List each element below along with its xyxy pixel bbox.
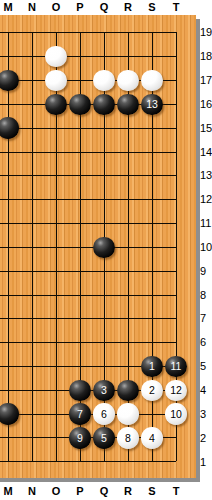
coord-label-top-R: R [116, 1, 140, 13]
intersection-T16[interactable] [164, 92, 188, 116]
intersection-T5[interactable]: 11 [164, 355, 188, 379]
intersection-Q10[interactable] [92, 235, 116, 259]
intersection-P6[interactable] [68, 331, 92, 355]
intersection-R8[interactable] [116, 283, 140, 307]
intersection-Q3[interactable]: 6 [92, 402, 116, 426]
coord-label-right-16: 16 [200, 98, 212, 111]
coord-label-right-7: 7 [200, 312, 212, 325]
coord-label-right-6: 6 [200, 336, 212, 349]
coord-label-right-8: 8 [200, 289, 212, 302]
intersection-Q14[interactable] [92, 140, 116, 164]
intersection-R1[interactable] [116, 450, 140, 474]
intersection-N4[interactable] [20, 378, 44, 402]
intersection-O5[interactable] [44, 355, 68, 379]
stone-black-M3[interactable] [0, 403, 19, 425]
intersection-M12[interactable] [0, 188, 20, 212]
coord-label-right-14: 14 [200, 146, 212, 159]
intersection-R11[interactable] [116, 212, 140, 236]
stone-black-P3[interactable]: 7 [69, 403, 91, 425]
coord-label-top-S: S [140, 1, 164, 13]
intersection-S1[interactable] [140, 450, 164, 474]
move-number: 9 [77, 433, 83, 444]
intersection-O13[interactable] [44, 164, 68, 188]
move-number: 1 [149, 361, 155, 372]
intersection-O6[interactable] [44, 331, 68, 355]
intersection-O18[interactable] [44, 45, 68, 69]
intersection-P2[interactable]: 9 [68, 426, 92, 450]
intersection-O14[interactable] [44, 140, 68, 164]
intersection-O8[interactable] [44, 283, 68, 307]
stone-white-R17[interactable] [117, 70, 139, 92]
board-shadow-bottom [0, 478, 200, 482]
coord-label-top-O: O [44, 1, 68, 13]
coord-label-right-19: 19 [200, 26, 212, 39]
intersection-O16[interactable] [44, 92, 68, 116]
intersection-M19[interactable] [0, 21, 20, 45]
intersection-Q5[interactable] [92, 355, 116, 379]
intersection-T2[interactable] [164, 426, 188, 450]
intersection-P10[interactable] [68, 235, 92, 259]
intersection-N5[interactable] [20, 355, 44, 379]
intersection-M11[interactable] [0, 212, 20, 236]
intersection-P16[interactable] [68, 92, 92, 116]
intersection-T7[interactable] [164, 307, 188, 331]
intersection-T12[interactable] [164, 188, 188, 212]
intersection-M18[interactable] [0, 45, 20, 69]
stone-black-R16[interactable] [117, 94, 139, 116]
stone-white-T3[interactable]: 10 [165, 403, 187, 425]
intersection-Q1[interactable] [92, 450, 116, 474]
intersection-M13[interactable] [0, 164, 20, 188]
board-grid: 13111321276109584 [0, 21, 188, 474]
coord-label-right-5: 5 [200, 360, 212, 373]
coord-label-bottom-N: N [20, 485, 44, 497]
intersection-P17[interactable] [68, 69, 92, 93]
move-number: 10 [170, 409, 182, 420]
stone-black-P2[interactable]: 9 [69, 427, 91, 449]
coord-label-top-N: N [20, 1, 44, 13]
intersection-O1[interactable] [44, 450, 68, 474]
coord-label-right-17: 17 [200, 74, 212, 87]
intersection-S14[interactable] [140, 140, 164, 164]
intersection-R4[interactable] [116, 378, 140, 402]
intersection-R12[interactable] [116, 188, 140, 212]
coord-label-right-4: 4 [200, 384, 212, 397]
intersection-M15[interactable] [0, 116, 20, 140]
move-number: 2 [149, 385, 155, 396]
coord-label-right-3: 3 [200, 408, 212, 421]
intersection-S8[interactable] [140, 283, 164, 307]
intersection-P13[interactable] [68, 164, 92, 188]
intersection-N16[interactable] [20, 92, 44, 116]
intersection-R14[interactable] [116, 140, 140, 164]
intersection-R10[interactable] [116, 235, 140, 259]
intersection-S18[interactable] [140, 45, 164, 69]
stone-black-Q16[interactable] [93, 94, 115, 116]
coord-label-bottom-M: M [0, 485, 20, 497]
intersection-O15[interactable] [44, 116, 68, 140]
intersection-M3[interactable] [0, 402, 20, 426]
intersection-Q2[interactable]: 5 [92, 426, 116, 450]
coord-label-right-13: 13 [200, 169, 212, 182]
intersection-Q9[interactable] [92, 259, 116, 283]
intersection-T3[interactable]: 10 [164, 402, 188, 426]
stone-white-Q17[interactable] [93, 70, 115, 92]
move-number: 12 [170, 385, 182, 396]
stone-black-P4[interactable] [69, 380, 91, 402]
intersection-O9[interactable] [44, 259, 68, 283]
intersection-T14[interactable] [164, 140, 188, 164]
intersection-R19[interactable] [116, 21, 140, 45]
intersection-P11[interactable] [68, 212, 92, 236]
intersection-Q18[interactable] [92, 45, 116, 69]
intersection-N6[interactable] [20, 331, 44, 355]
coord-label-top-T: T [164, 1, 188, 13]
intersection-R15[interactable] [116, 116, 140, 140]
intersection-S4[interactable]: 2 [140, 378, 164, 402]
coord-label-bottom-O: O [44, 485, 68, 497]
intersection-N13[interactable] [20, 164, 44, 188]
intersection-N15[interactable] [20, 116, 44, 140]
move-number: 13 [146, 99, 158, 110]
intersection-P9[interactable] [68, 259, 92, 283]
intersection-M4[interactable] [0, 378, 20, 402]
intersection-P7[interactable] [68, 307, 92, 331]
intersection-R3[interactable] [116, 402, 140, 426]
intersection-N8[interactable] [20, 283, 44, 307]
intersection-S9[interactable] [140, 259, 164, 283]
stone-black-R4[interactable] [117, 380, 139, 402]
move-number: 11 [171, 361, 182, 372]
intersection-Q7[interactable] [92, 307, 116, 331]
move-number: 7 [77, 409, 83, 420]
intersection-O3[interactable] [44, 402, 68, 426]
intersection-S17[interactable] [140, 69, 164, 93]
coord-label-right-1: 1 [200, 456, 212, 469]
intersection-P14[interactable] [68, 140, 92, 164]
intersection-S7[interactable] [140, 307, 164, 331]
intersection-Q16[interactable] [92, 92, 116, 116]
intersection-N1[interactable] [20, 450, 44, 474]
intersection-P4[interactable] [68, 378, 92, 402]
intersection-S12[interactable] [140, 188, 164, 212]
intersection-S16[interactable]: 13 [140, 92, 164, 116]
intersection-Q17[interactable] [92, 69, 116, 93]
intersection-M7[interactable] [0, 307, 20, 331]
intersection-T4[interactable]: 12 [164, 378, 188, 402]
intersection-S11[interactable] [140, 212, 164, 236]
intersection-O2[interactable] [44, 426, 68, 450]
move-number: 8 [125, 433, 131, 444]
intersection-S10[interactable] [140, 235, 164, 259]
intersection-N18[interactable] [20, 45, 44, 69]
intersection-R17[interactable] [116, 69, 140, 93]
intersection-R7[interactable] [116, 307, 140, 331]
intersection-N11[interactable] [20, 212, 44, 236]
intersection-R18[interactable] [116, 45, 140, 69]
stone-black-Q10[interactable] [93, 237, 115, 259]
intersection-R5[interactable] [116, 355, 140, 379]
intersection-O19[interactable] [44, 21, 68, 45]
intersection-T10[interactable] [164, 235, 188, 259]
intersection-N12[interactable] [20, 188, 44, 212]
intersection-M5[interactable] [0, 355, 20, 379]
stone-white-S17[interactable] [141, 70, 163, 92]
intersection-P19[interactable] [68, 21, 92, 45]
stone-black-O16[interactable] [45, 94, 67, 116]
intersection-N2[interactable] [20, 426, 44, 450]
coord-label-bottom-S: S [140, 485, 164, 497]
intersection-S6[interactable] [140, 331, 164, 355]
stone-white-R2[interactable]: 8 [117, 427, 139, 449]
move-number: 4 [149, 433, 155, 444]
go-diagram-screen: 13111321276109584 MNOPQRST MNOPQRST 1918… [0, 0, 212, 500]
intersection-M9[interactable] [0, 259, 20, 283]
stone-black-M17[interactable] [0, 70, 19, 92]
stone-black-S16[interactable]: 13 [141, 94, 163, 116]
intersection-N17[interactable] [20, 69, 44, 93]
intersection-S13[interactable] [140, 164, 164, 188]
coord-label-right-11: 11 [200, 217, 212, 230]
coord-label-right-9: 9 [200, 265, 212, 278]
intersection-O17[interactable] [44, 69, 68, 93]
intersection-T13[interactable] [164, 164, 188, 188]
intersection-N10[interactable] [20, 235, 44, 259]
intersection-P8[interactable] [68, 283, 92, 307]
stone-white-Q3[interactable]: 6 [93, 403, 115, 425]
intersection-R13[interactable] [116, 164, 140, 188]
coord-label-right-10: 10 [200, 241, 212, 254]
intersection-P15[interactable] [68, 116, 92, 140]
go-board: 13111321276109584 [0, 15, 196, 478]
intersection-Q6[interactable] [92, 331, 116, 355]
intersection-Q4[interactable]: 3 [92, 378, 116, 402]
intersection-N14[interactable] [20, 140, 44, 164]
intersection-Q13[interactable] [92, 164, 116, 188]
intersection-O4[interactable] [44, 378, 68, 402]
stone-black-P16[interactable] [69, 94, 91, 116]
intersection-M8[interactable] [0, 283, 20, 307]
intersection-R2[interactable]: 8 [116, 426, 140, 450]
intersection-R16[interactable] [116, 92, 140, 116]
intersection-O7[interactable] [44, 307, 68, 331]
intersection-P18[interactable] [68, 45, 92, 69]
move-number: 5 [101, 433, 107, 444]
coord-label-bottom-R: R [116, 485, 140, 497]
intersection-O10[interactable] [44, 235, 68, 259]
coord-label-bottom-T: T [164, 485, 188, 497]
stone-white-S2[interactable]: 4 [141, 427, 163, 449]
intersection-T17[interactable] [164, 69, 188, 93]
stone-black-M15[interactable] [0, 117, 19, 139]
move-number: 3 [101, 385, 107, 396]
intersection-T6[interactable] [164, 331, 188, 355]
intersection-T9[interactable] [164, 259, 188, 283]
intersection-Q12[interactable] [92, 188, 116, 212]
stone-white-O17[interactable] [45, 70, 67, 92]
coord-label-top-P: P [68, 1, 92, 13]
coord-label-right-18: 18 [200, 50, 212, 63]
stone-black-Q4[interactable]: 3 [93, 380, 115, 402]
intersection-P5[interactable] [68, 355, 92, 379]
stone-white-S4[interactable]: 2 [141, 380, 163, 402]
intersection-P1[interactable] [68, 450, 92, 474]
coord-label-right-15: 15 [200, 122, 212, 135]
intersection-N3[interactable] [20, 402, 44, 426]
coord-label-right-2: 2 [200, 432, 212, 445]
intersection-T15[interactable] [164, 116, 188, 140]
coord-label-bottom-P: P [68, 485, 92, 497]
coord-label-bottom-Q: Q [92, 485, 116, 497]
intersection-O12[interactable] [44, 188, 68, 212]
intersection-T1[interactable] [164, 450, 188, 474]
intersection-R6[interactable] [116, 331, 140, 355]
intersection-M17[interactable] [0, 69, 20, 93]
intersection-S2[interactable]: 4 [140, 426, 164, 450]
stone-white-T4[interactable]: 12 [165, 380, 187, 402]
intersection-M6[interactable] [0, 331, 20, 355]
intersection-M1[interactable] [0, 450, 20, 474]
intersection-P3[interactable]: 7 [68, 402, 92, 426]
intersection-S5[interactable]: 1 [140, 355, 164, 379]
intersection-Q11[interactable] [92, 212, 116, 236]
coord-label-right-12: 12 [200, 193, 212, 206]
move-number: 6 [101, 409, 107, 420]
intersection-O11[interactable] [44, 212, 68, 236]
intersection-S19[interactable] [140, 21, 164, 45]
intersection-T19[interactable] [164, 21, 188, 45]
intersection-N7[interactable] [20, 307, 44, 331]
stone-black-S5[interactable]: 1 [141, 356, 163, 378]
intersection-T8[interactable] [164, 283, 188, 307]
coord-label-top-M: M [0, 1, 20, 13]
intersection-Q15[interactable] [92, 116, 116, 140]
intersection-T11[interactable] [164, 212, 188, 236]
intersection-M2[interactable] [0, 426, 20, 450]
intersection-M16[interactable] [0, 92, 20, 116]
stone-white-R3[interactable] [117, 403, 139, 425]
intersection-S3[interactable] [140, 402, 164, 426]
stone-white-O18[interactable] [45, 46, 67, 68]
intersection-M10[interactable] [0, 235, 20, 259]
intersection-S15[interactable] [140, 116, 164, 140]
intersection-N19[interactable] [20, 21, 44, 45]
intersection-Q19[interactable] [92, 21, 116, 45]
stone-black-Q2[interactable]: 5 [93, 427, 115, 449]
intersection-P12[interactable] [68, 188, 92, 212]
stone-black-T5[interactable]: 11 [165, 356, 187, 378]
intersection-N9[interactable] [20, 259, 44, 283]
intersection-T18[interactable] [164, 45, 188, 69]
intersection-R9[interactable] [116, 259, 140, 283]
intersection-M14[interactable] [0, 140, 20, 164]
coord-label-top-Q: Q [92, 1, 116, 13]
intersection-Q8[interactable] [92, 283, 116, 307]
